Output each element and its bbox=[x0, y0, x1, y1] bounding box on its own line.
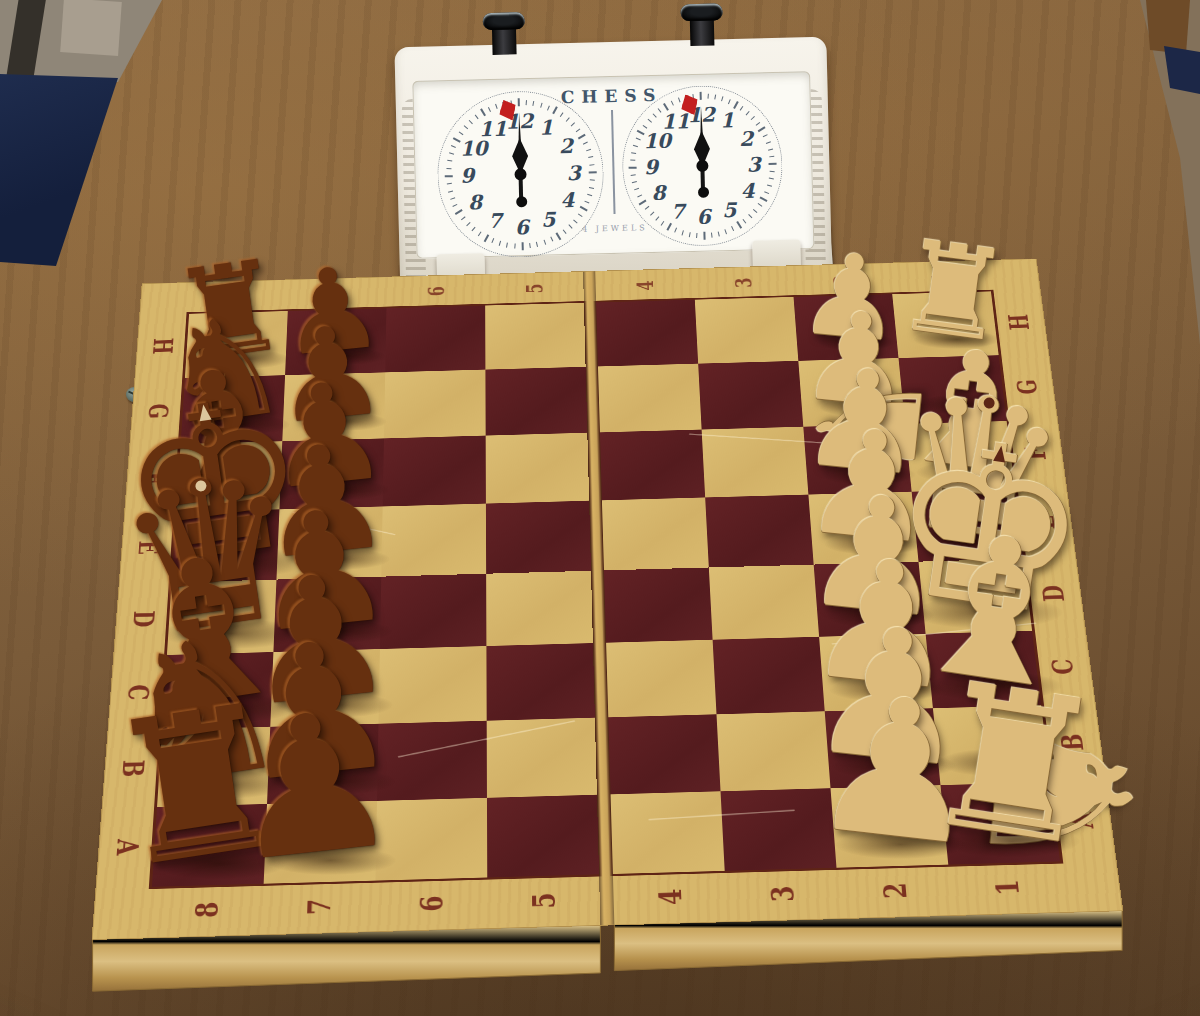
photo-scene: CHESS 4 JEWELS 121234567891011 121234567… bbox=[0, 0, 1200, 1016]
light-king-finial bbox=[993, 444, 1007, 462]
pawn-glyph: ♟ bbox=[220, 704, 405, 870]
pieces-layer: ♜♞♝♛♚♝♞♜♟♟♟♟♟♟♟♟♟♟♟♟♟♟♟♟♜♞♝♚♛♝♞♜ bbox=[0, 0, 1200, 1016]
rook-glyph: ♜ bbox=[914, 675, 1113, 855]
piece-dark-pawn-a7[interactable]: ♟ bbox=[232, 707, 393, 868]
dark-king-finial bbox=[196, 404, 210, 422]
piece-light-rook-a1[interactable]: ♜ bbox=[927, 679, 1100, 852]
